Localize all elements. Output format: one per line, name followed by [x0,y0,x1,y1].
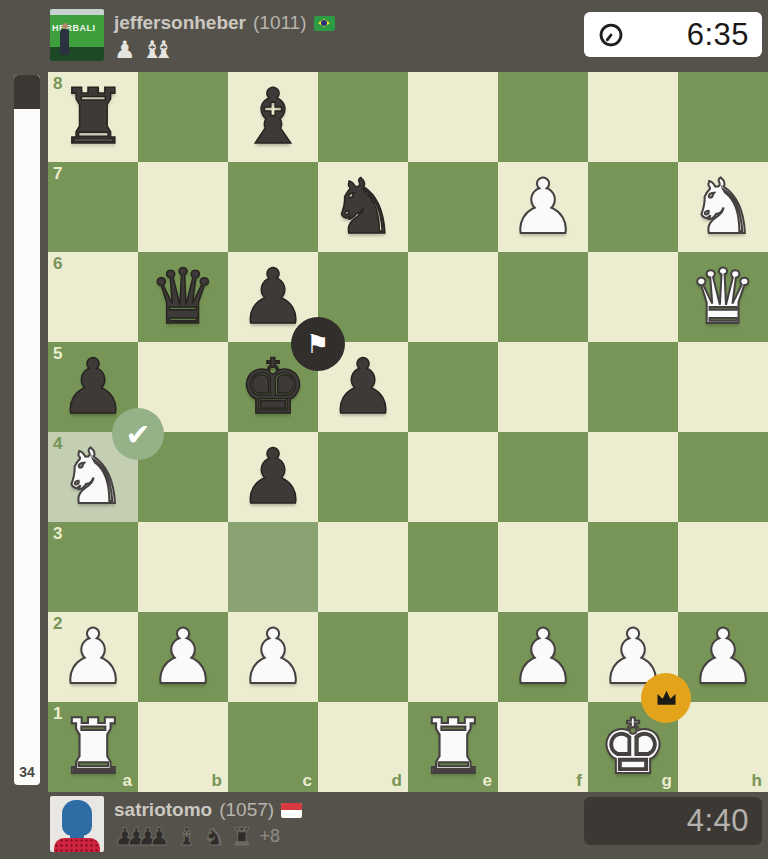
opponent-rating: (1011) [253,12,307,34]
square-c3[interactable] [228,522,318,612]
square-c8[interactable]: ♝ [228,72,318,162]
piece-white-knight-h7[interactable]: ♞ [678,162,768,252]
player-time: 4:40 [584,803,762,839]
square-b7[interactable] [138,162,228,252]
player-username[interactable]: satriotomo [114,799,212,821]
square-a6[interactable]: 6 [48,252,138,342]
square-e2[interactable] [408,612,498,702]
avatar-shirt [54,838,100,852]
square-d2[interactable] [318,612,408,702]
file-label-h: h [752,771,762,791]
square-g3[interactable] [588,522,678,612]
square-g6[interactable] [588,252,678,342]
captured-knight-icon: ♞ [204,825,226,849]
square-a7[interactable]: 7 [48,162,138,252]
square-h3[interactable] [678,522,768,612]
square-e3[interactable] [408,522,498,612]
square-h8[interactable] [678,72,768,162]
player-avatar[interactable] [50,796,104,852]
square-c1[interactable]: c [228,702,318,792]
square-b2[interactable]: ♟ [138,612,228,702]
avatar-photo-detail [50,47,104,61]
square-g4[interactable] [588,432,678,522]
square-d3[interactable] [318,522,408,612]
piece-white-rook-e1[interactable]: ♜ [408,702,498,792]
opponent-username[interactable]: jeffersonheber [114,12,246,34]
piece-black-knight-d7[interactable]: ♞ [318,162,408,252]
square-d1[interactable]: d [318,702,408,792]
check-badge-a4: ✔ [112,408,164,460]
opponent-time: 6:35 [624,17,762,53]
piece-white-pawn-f7[interactable]: ♟ [498,162,588,252]
piece-black-rook-a8[interactable]: ♜ [48,72,138,162]
square-e7[interactable] [408,162,498,252]
evaluation-score: 34 [14,764,40,780]
square-d4[interactable] [318,432,408,522]
square-e4[interactable] [408,432,498,522]
material-advantage: +8 [260,824,281,848]
avatar-head-silhouette [62,800,92,836]
square-b6[interactable]: ♛ [138,252,228,342]
player-clock: 4:40 [584,797,762,845]
square-a1[interactable]: 1a♜ [48,702,138,792]
piece-white-pawn-b2[interactable]: ♟ [138,612,228,702]
square-b1[interactable]: b [138,702,228,792]
square-g8[interactable] [588,72,678,162]
square-f4[interactable] [498,432,588,522]
square-c4[interactable]: ♟ [228,432,318,522]
square-h4[interactable] [678,432,768,522]
chess-app: HERBALI jeffersonheber (1011) ♟♝♝ 6:35 3… [0,0,768,859]
piece-white-queen-h6[interactable]: ♛ [678,252,768,342]
square-f2[interactable]: ♟ [498,612,588,702]
piece-black-bishop-c8[interactable]: ♝ [228,72,318,162]
avatar-photo-person [60,29,69,55]
square-e6[interactable] [408,252,498,342]
square-f8[interactable] [498,72,588,162]
piece-black-pawn-c4[interactable]: ♟ [228,432,318,522]
indonesia-flag-icon [281,803,302,818]
square-f7[interactable]: ♟ [498,162,588,252]
chess-board: 8♜♝7♞♟♞6♛♟♛5♟♚♟4♞♟32♟♟♟♟♟♟1a♜bcde♜fg♚h⚑✔ [48,72,768,792]
file-label-f: f [576,771,582,791]
captured-pawn-icon: ♟ [114,38,136,62]
opponent-clock: 6:35 [584,12,762,57]
square-h7[interactable]: ♞ [678,162,768,252]
rank-label-7: 7 [53,164,62,184]
square-e1[interactable]: e♜ [408,702,498,792]
avatar-photo-detail [50,9,104,15]
square-g7[interactable] [588,162,678,252]
piece-white-pawn-c2[interactable]: ♟ [228,612,318,702]
rank-label-3: 3 [53,524,62,544]
square-h1[interactable]: h [678,702,768,792]
file-label-d: d [392,771,402,791]
square-f1[interactable]: f [498,702,588,792]
square-h2[interactable]: ♟ [678,612,768,702]
brazil-flag-icon [314,16,335,31]
square-h6[interactable]: ♛ [678,252,768,342]
file-label-c: c [303,771,312,791]
player-rating: (1057) [219,799,274,821]
piece-white-pawn-f2[interactable]: ♟ [498,612,588,702]
evaluation-bar: 34 [14,75,40,785]
piece-black-queen-b6[interactable]: ♛ [138,252,228,342]
square-f5[interactable] [498,342,588,432]
piece-white-pawn-a2[interactable]: ♟ [48,612,138,702]
square-a2[interactable]: 2♟ [48,612,138,702]
square-d7[interactable]: ♞ [318,162,408,252]
captured-pawn-icon: ♟ [149,825,171,849]
square-h5[interactable] [678,342,768,432]
piece-white-rook-a1[interactable]: ♜ [48,702,138,792]
opponent-avatar[interactable]: HERBALI [50,9,104,61]
crown-icon [653,685,680,712]
captured-bishop-icon: ♝ [176,825,198,849]
square-g5[interactable] [588,342,678,432]
square-f6[interactable] [498,252,588,342]
opponent-name-row: jeffersonheber (1011) [114,12,335,34]
square-e8[interactable] [408,72,498,162]
file-label-b: b [212,771,222,791]
square-d8[interactable] [318,72,408,162]
flag-badge-c5: ⚑ [291,317,345,371]
square-b3[interactable] [138,522,228,612]
captured-bishop-icon: ♝ [153,38,175,62]
captured-rook-icon: ♜ [231,825,253,849]
evaluation-black-portion [14,75,40,109]
square-b8[interactable] [138,72,228,162]
square-a3[interactable]: 3 [48,522,138,612]
crown-badge-g1 [641,673,691,723]
opponent-captured-pieces: ♟♝♝ [114,36,175,62]
player-captured-pieces: ♟♟♟♟♝♞♜+8 [114,823,280,849]
square-a8[interactable]: 8♜ [48,72,138,162]
piece-white-pawn-h2[interactable]: ♟ [678,612,768,702]
player-name-row: satriotomo (1057) [114,799,302,821]
square-c2[interactable]: ♟ [228,612,318,702]
rank-label-6: 6 [53,254,62,274]
square-c7[interactable] [228,162,318,252]
square-f3[interactable] [498,522,588,612]
square-e5[interactable] [408,342,498,432]
clock-icon [598,22,624,48]
